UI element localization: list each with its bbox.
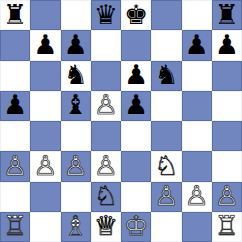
square-g2[interactable]: ♙ — [182, 182, 212, 212]
chess-board: ♜♛♚♜♟♟♟♟♞♟♞♟♝♙♟♙♙♙♙♘♘♙♙♙♖♗♕♔♖ — [0, 0, 242, 242]
black-pawn-piece[interactable]: ♟ — [124, 91, 148, 118]
black-pawn-piece[interactable]: ♟ — [64, 31, 88, 58]
square-c5[interactable]: ♝ — [61, 91, 91, 121]
white-queen-piece[interactable]: ♕ — [94, 212, 118, 239]
square-b3[interactable]: ♙ — [30, 151, 60, 181]
square-d4[interactable] — [91, 121, 121, 151]
square-d7[interactable] — [91, 30, 121, 60]
square-h5[interactable] — [212, 91, 242, 121]
square-e2[interactable] — [121, 182, 151, 212]
square-b1[interactable] — [30, 212, 60, 242]
square-h8[interactable]: ♜ — [212, 0, 242, 30]
white-rook-piece[interactable]: ♖ — [215, 212, 239, 239]
square-b2[interactable] — [30, 182, 60, 212]
square-b5[interactable] — [30, 91, 60, 121]
white-pawn-piece[interactable]: ♙ — [64, 152, 88, 179]
black-pawn-piece[interactable]: ♟ — [215, 31, 239, 58]
white-pawn-piece[interactable]: ♙ — [33, 152, 57, 179]
square-e5[interactable]: ♟ — [121, 91, 151, 121]
square-a8[interactable]: ♜ — [0, 0, 30, 30]
square-f1[interactable] — [151, 212, 181, 242]
white-pawn-piece[interactable]: ♙ — [94, 91, 118, 118]
square-e3[interactable] — [121, 151, 151, 181]
square-f8[interactable] — [151, 0, 181, 30]
black-pawn-piece[interactable]: ♟ — [124, 61, 148, 88]
square-c7[interactable]: ♟ — [61, 30, 91, 60]
black-bishop-piece[interactable]: ♝ — [64, 91, 88, 118]
square-c2[interactable] — [61, 182, 91, 212]
square-h3[interactable] — [212, 151, 242, 181]
white-pawn-piece[interactable]: ♙ — [185, 182, 209, 209]
white-pawn-piece[interactable]: ♙ — [215, 182, 239, 209]
black-pawn-piece[interactable]: ♟ — [3, 91, 27, 118]
square-b6[interactable] — [30, 61, 60, 91]
square-d6[interactable] — [91, 61, 121, 91]
square-e6[interactable]: ♟ — [121, 61, 151, 91]
black-rook-piece[interactable]: ♜ — [215, 1, 239, 28]
square-f6[interactable]: ♞ — [151, 61, 181, 91]
square-d1[interactable]: ♕ — [91, 212, 121, 242]
square-f3[interactable]: ♘ — [151, 151, 181, 181]
square-f4[interactable] — [151, 121, 181, 151]
square-a6[interactable] — [0, 61, 30, 91]
white-pawn-piece[interactable]: ♙ — [154, 182, 178, 209]
white-pawn-piece[interactable]: ♙ — [94, 152, 118, 179]
square-g4[interactable] — [182, 121, 212, 151]
square-c1[interactable]: ♗ — [61, 212, 91, 242]
square-f2[interactable]: ♙ — [151, 182, 181, 212]
square-h2[interactable]: ♙ — [212, 182, 242, 212]
square-e1[interactable]: ♔ — [121, 212, 151, 242]
square-a1[interactable]: ♖ — [0, 212, 30, 242]
white-bishop-piece[interactable]: ♗ — [64, 212, 88, 239]
black-knight-piece[interactable]: ♞ — [154, 61, 178, 88]
square-a3[interactable]: ♙ — [0, 151, 30, 181]
white-pawn-piece[interactable]: ♙ — [3, 152, 27, 179]
square-h6[interactable] — [212, 61, 242, 91]
white-rook-piece[interactable]: ♖ — [3, 212, 27, 239]
square-c3[interactable]: ♙ — [61, 151, 91, 181]
square-f7[interactable] — [151, 30, 181, 60]
square-f5[interactable] — [151, 91, 181, 121]
square-d8[interactable]: ♛ — [91, 0, 121, 30]
square-e7[interactable] — [121, 30, 151, 60]
square-a5[interactable]: ♟ — [0, 91, 30, 121]
square-e8[interactable]: ♚ — [121, 0, 151, 30]
square-c8[interactable] — [61, 0, 91, 30]
square-d5[interactable]: ♙ — [91, 91, 121, 121]
square-c4[interactable] — [61, 121, 91, 151]
black-rook-piece[interactable]: ♜ — [3, 1, 27, 28]
square-g6[interactable] — [182, 61, 212, 91]
square-g8[interactable] — [182, 0, 212, 30]
square-a2[interactable] — [0, 182, 30, 212]
black-pawn-piece[interactable]: ♟ — [185, 31, 209, 58]
square-h7[interactable]: ♟ — [212, 30, 242, 60]
square-a4[interactable] — [0, 121, 30, 151]
square-g7[interactable]: ♟ — [182, 30, 212, 60]
square-g5[interactable] — [182, 91, 212, 121]
white-knight-piece[interactable]: ♘ — [154, 152, 178, 179]
square-e4[interactable] — [121, 121, 151, 151]
square-b7[interactable]: ♟ — [30, 30, 60, 60]
square-g1[interactable] — [182, 212, 212, 242]
black-knight-piece[interactable]: ♞ — [64, 61, 88, 88]
square-b4[interactable] — [30, 121, 60, 151]
black-queen-piece[interactable]: ♛ — [94, 1, 118, 28]
square-h1[interactable]: ♖ — [212, 212, 242, 242]
square-d3[interactable]: ♙ — [91, 151, 121, 181]
black-king-piece[interactable]: ♚ — [124, 1, 148, 28]
white-king-piece[interactable]: ♔ — [124, 212, 148, 239]
square-d2[interactable]: ♘ — [91, 182, 121, 212]
square-a7[interactable] — [0, 30, 30, 60]
black-pawn-piece[interactable]: ♟ — [33, 31, 57, 58]
square-c6[interactable]: ♞ — [61, 61, 91, 91]
square-h4[interactable] — [212, 121, 242, 151]
square-g3[interactable] — [182, 151, 212, 181]
white-knight-piece[interactable]: ♘ — [94, 182, 118, 209]
square-b8[interactable] — [30, 0, 60, 30]
